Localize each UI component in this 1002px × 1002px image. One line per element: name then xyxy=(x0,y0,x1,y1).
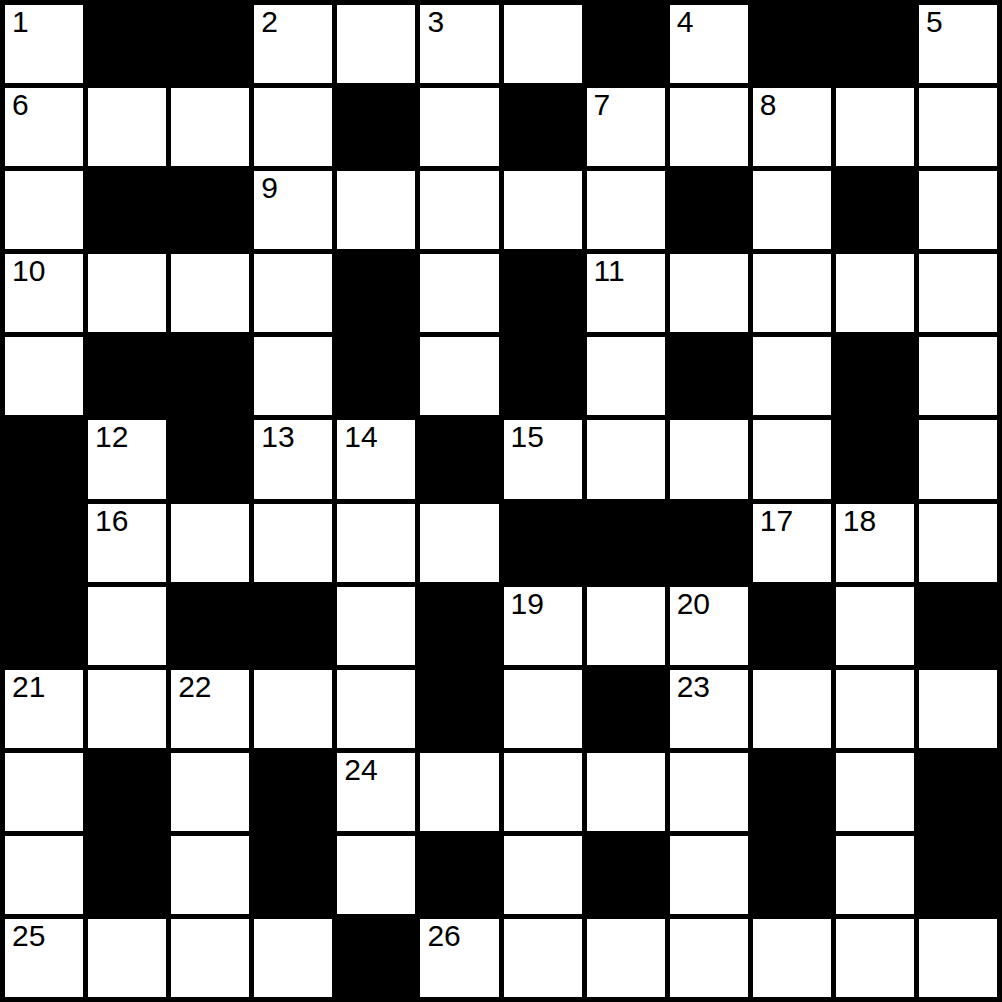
cell-6-5[interactable] xyxy=(420,504,498,582)
cell-3-2[interactable] xyxy=(171,254,249,332)
cell-3-8[interactable] xyxy=(670,254,748,332)
cell-9-3 xyxy=(254,753,332,831)
cell-10-1 xyxy=(88,836,166,914)
cell-6-0 xyxy=(5,504,83,582)
cell-0-3[interactable]: 2 xyxy=(254,5,332,83)
cell-0-10 xyxy=(836,5,914,83)
clue-number: 15 xyxy=(511,421,544,453)
cell-11-1[interactable] xyxy=(88,919,166,997)
cell-4-5[interactable] xyxy=(420,337,498,415)
cell-5-3[interactable]: 13 xyxy=(254,420,332,498)
cell-5-2 xyxy=(171,420,249,498)
cell-0-5[interactable]: 3 xyxy=(420,5,498,83)
clue-number: 12 xyxy=(95,421,128,453)
cell-8-8[interactable]: 23 xyxy=(670,670,748,748)
cell-3-6 xyxy=(504,254,582,332)
cell-0-2 xyxy=(171,5,249,83)
clue-number: 23 xyxy=(677,671,710,703)
clue-number: 6 xyxy=(12,89,29,121)
cell-3-10[interactable] xyxy=(836,254,914,332)
cell-1-6 xyxy=(504,88,582,166)
cell-1-7[interactable]: 7 xyxy=(587,88,665,166)
cell-7-5 xyxy=(420,587,498,665)
cell-5-1[interactable]: 12 xyxy=(88,420,166,498)
cell-8-3[interactable] xyxy=(254,670,332,748)
cell-7-1[interactable] xyxy=(88,587,166,665)
cell-7-6[interactable]: 19 xyxy=(504,587,582,665)
clue-number: 7 xyxy=(594,89,611,121)
cell-7-11 xyxy=(919,587,997,665)
cell-11-0[interactable]: 25 xyxy=(5,919,83,997)
cell-3-3[interactable] xyxy=(254,254,332,332)
cell-0-8[interactable]: 4 xyxy=(670,5,748,83)
cell-7-10[interactable] xyxy=(836,587,914,665)
cell-7-2 xyxy=(171,587,249,665)
cell-6-10[interactable]: 18 xyxy=(836,504,914,582)
cell-9-1 xyxy=(88,753,166,831)
cell-5-11[interactable] xyxy=(919,420,997,498)
cell-1-4 xyxy=(337,88,415,166)
clue-number: 9 xyxy=(261,172,278,204)
cell-4-11[interactable] xyxy=(919,337,997,415)
cell-2-1 xyxy=(88,171,166,249)
cell-3-5[interactable] xyxy=(420,254,498,332)
cell-1-11[interactable] xyxy=(919,88,997,166)
cell-7-9 xyxy=(753,587,831,665)
cell-2-4[interactable] xyxy=(337,171,415,249)
cell-4-10 xyxy=(836,337,914,415)
cell-4-6 xyxy=(504,337,582,415)
clue-number: 21 xyxy=(12,671,45,703)
cell-9-10[interactable] xyxy=(836,753,914,831)
cell-10-6[interactable] xyxy=(504,836,582,914)
cell-10-3 xyxy=(254,836,332,914)
cell-9-5[interactable] xyxy=(420,753,498,831)
cell-8-4[interactable] xyxy=(337,670,415,748)
cell-11-6[interactable] xyxy=(504,919,582,997)
cell-9-4[interactable]: 24 xyxy=(337,753,415,831)
cell-7-8[interactable]: 20 xyxy=(670,587,748,665)
cell-8-5 xyxy=(420,670,498,748)
cell-2-3[interactable]: 9 xyxy=(254,171,332,249)
cell-4-2 xyxy=(171,337,249,415)
cell-6-1[interactable]: 16 xyxy=(88,504,166,582)
cell-5-0 xyxy=(5,420,83,498)
cell-10-0[interactable] xyxy=(5,836,83,914)
cell-6-6 xyxy=(504,504,582,582)
cell-1-10[interactable] xyxy=(836,88,914,166)
cell-7-4[interactable] xyxy=(337,587,415,665)
cell-3-9[interactable] xyxy=(753,254,831,332)
cell-1-0[interactable]: 6 xyxy=(5,88,83,166)
cell-0-1 xyxy=(88,5,166,83)
cell-11-2[interactable] xyxy=(171,919,249,997)
cell-8-11[interactable] xyxy=(919,670,997,748)
clue-number: 26 xyxy=(427,920,460,952)
cell-10-2[interactable] xyxy=(171,836,249,914)
cell-11-9[interactable] xyxy=(753,919,831,997)
cell-3-0[interactable]: 10 xyxy=(5,254,83,332)
cell-8-0[interactable]: 21 xyxy=(5,670,83,748)
cell-1-8[interactable] xyxy=(670,88,748,166)
cell-9-2[interactable] xyxy=(171,753,249,831)
clue-number: 1 xyxy=(12,6,29,38)
cell-4-3[interactable] xyxy=(254,337,332,415)
cell-2-9[interactable] xyxy=(753,171,831,249)
cell-10-10[interactable] xyxy=(836,836,914,914)
cell-8-1[interactable] xyxy=(88,670,166,748)
cell-4-9[interactable] xyxy=(753,337,831,415)
cell-10-7 xyxy=(587,836,665,914)
cell-11-8[interactable] xyxy=(670,919,748,997)
cell-9-7[interactable] xyxy=(587,753,665,831)
cell-1-1[interactable] xyxy=(88,88,166,166)
cell-10-9 xyxy=(753,836,831,914)
cell-3-7[interactable]: 11 xyxy=(587,254,665,332)
crossword-board: 1234567891011121314151617181920212223242… xyxy=(0,0,1002,1002)
cell-4-0[interactable] xyxy=(5,337,83,415)
cell-1-3[interactable] xyxy=(254,88,332,166)
cell-2-2 xyxy=(171,171,249,249)
cell-9-8[interactable] xyxy=(670,753,748,831)
clue-number: 11 xyxy=(594,255,625,287)
cell-6-7 xyxy=(587,504,665,582)
clue-number: 16 xyxy=(95,505,128,537)
cell-0-6[interactable] xyxy=(504,5,582,83)
cell-5-4[interactable]: 14 xyxy=(337,420,415,498)
clue-number: 25 xyxy=(12,920,45,952)
clue-number: 3 xyxy=(427,6,444,38)
cell-8-7 xyxy=(587,670,665,748)
cell-2-7[interactable] xyxy=(587,171,665,249)
cell-0-9 xyxy=(753,5,831,83)
cell-10-4[interactable] xyxy=(337,836,415,914)
cell-8-2[interactable]: 22 xyxy=(171,670,249,748)
clue-number: 19 xyxy=(511,588,544,620)
clue-number: 4 xyxy=(677,6,694,38)
clue-number: 18 xyxy=(843,505,876,537)
cell-6-4[interactable] xyxy=(337,504,415,582)
cell-5-8[interactable] xyxy=(670,420,748,498)
cell-6-8 xyxy=(670,504,748,582)
cell-0-4[interactable] xyxy=(337,5,415,83)
clue-number: 22 xyxy=(178,671,211,703)
cell-2-10 xyxy=(836,171,914,249)
clue-number: 20 xyxy=(677,588,710,620)
clue-number: 24 xyxy=(344,754,377,786)
cell-5-6[interactable]: 15 xyxy=(504,420,582,498)
cell-2-11[interactable] xyxy=(919,171,997,249)
cell-10-11 xyxy=(919,836,997,914)
cell-2-5[interactable] xyxy=(420,171,498,249)
cell-6-2[interactable] xyxy=(171,504,249,582)
cell-9-0[interactable] xyxy=(5,753,83,831)
clue-number: 2 xyxy=(261,6,278,38)
cell-9-9 xyxy=(753,753,831,831)
cell-0-0[interactable]: 1 xyxy=(5,5,83,83)
cell-11-10[interactable] xyxy=(836,919,914,997)
cell-9-6[interactable] xyxy=(504,753,582,831)
cell-7-7[interactable] xyxy=(587,587,665,665)
cell-1-2[interactable] xyxy=(171,88,249,166)
clue-number: 10 xyxy=(12,255,45,287)
cell-11-4 xyxy=(337,919,415,997)
cell-3-4 xyxy=(337,254,415,332)
cell-0-7 xyxy=(587,5,665,83)
cell-1-5[interactable] xyxy=(420,88,498,166)
cell-4-8 xyxy=(670,337,748,415)
cell-1-9[interactable]: 8 xyxy=(753,88,831,166)
clue-number: 17 xyxy=(760,505,793,537)
cell-8-6[interactable] xyxy=(504,670,582,748)
cell-3-1[interactable] xyxy=(88,254,166,332)
cell-8-10[interactable] xyxy=(836,670,914,748)
cell-11-3[interactable] xyxy=(254,919,332,997)
clue-number: 8 xyxy=(760,89,777,121)
cell-5-5 xyxy=(420,420,498,498)
cell-11-11[interactable] xyxy=(919,919,997,997)
cell-10-8[interactable] xyxy=(670,836,748,914)
clue-number: 5 xyxy=(926,6,943,38)
cell-4-4 xyxy=(337,337,415,415)
cell-11-5[interactable]: 26 xyxy=(420,919,498,997)
cell-6-3[interactable] xyxy=(254,504,332,582)
cell-10-5 xyxy=(420,836,498,914)
cell-8-9[interactable] xyxy=(753,670,831,748)
cell-4-7[interactable] xyxy=(587,337,665,415)
cell-6-11[interactable] xyxy=(919,504,997,582)
cell-11-7[interactable] xyxy=(587,919,665,997)
cell-7-3 xyxy=(254,587,332,665)
cell-4-1 xyxy=(88,337,166,415)
clue-number: 13 xyxy=(261,421,294,453)
cell-7-0 xyxy=(5,587,83,665)
cell-2-8 xyxy=(670,171,748,249)
cell-5-10 xyxy=(836,420,914,498)
cell-9-11 xyxy=(919,753,997,831)
clue-number: 14 xyxy=(344,421,377,453)
cell-5-7[interactable] xyxy=(587,420,665,498)
cell-2-0[interactable] xyxy=(5,171,83,249)
cell-3-11[interactable] xyxy=(919,254,997,332)
cell-5-9[interactable] xyxy=(753,420,831,498)
cell-0-11[interactable]: 5 xyxy=(919,5,997,83)
cell-6-9[interactable]: 17 xyxy=(753,504,831,582)
cell-2-6[interactable] xyxy=(504,171,582,249)
